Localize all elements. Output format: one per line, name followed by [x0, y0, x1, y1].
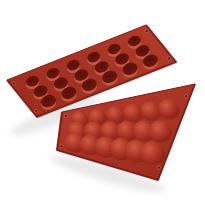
- corner-hole: [157, 166, 160, 169]
- bump: [106, 106, 124, 124]
- bump: [141, 101, 160, 120]
- corner-hole: [64, 114, 67, 117]
- bump: [158, 99, 178, 119]
- bump: [149, 120, 170, 141]
- corner-hole: [145, 29, 148, 32]
- bump: [140, 142, 163, 165]
- bump: [123, 104, 141, 122]
- corner-hole: [12, 82, 15, 85]
- page: { "scene": { "description": "Two terraco…: [0, 0, 205, 205]
- silicone-molds-photo: [0, 0, 205, 205]
- corner-hole: [167, 57, 170, 60]
- product-photo-canvas: [0, 0, 205, 205]
- corner-hole: [60, 145, 63, 148]
- corner-hole: [35, 109, 38, 112]
- scene-root: [7, 25, 195, 198]
- corner-hole: [184, 95, 187, 98]
